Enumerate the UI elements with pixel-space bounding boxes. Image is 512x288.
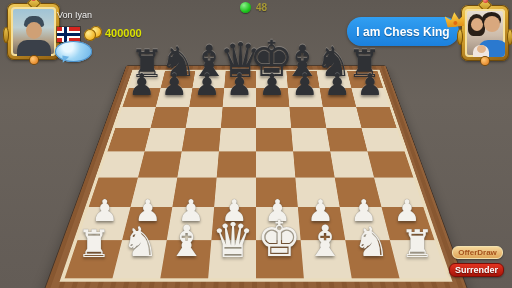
frame-ornament-icon <box>507 29 512 45</box>
black-pawn-f7[interactable]: ♟ <box>291 70 318 100</box>
chat-message-text: I am Chess King <box>356 25 449 39</box>
black-pawn-d7[interactable]: ♟ <box>226 70 253 100</box>
white-knight-b1[interactable]: ♞ <box>122 222 159 263</box>
square-h6[interactable] <box>356 107 396 128</box>
white-bishop-c1[interactable]: ♝ <box>167 220 206 263</box>
face-shape <box>484 16 500 32</box>
square-c5[interactable] <box>182 128 221 151</box>
square-h4[interactable] <box>367 151 413 177</box>
square-a6[interactable] <box>115 107 155 128</box>
square-c4[interactable] <box>177 151 219 177</box>
white-rook-a1[interactable]: ♜ <box>77 224 111 262</box>
timer-value: 48 <box>256 2 267 13</box>
square-f6[interactable] <box>289 107 326 128</box>
torso-shape <box>17 40 51 56</box>
black-pawn-e7[interactable]: ♟ <box>259 70 286 100</box>
frame-gem-icon <box>481 57 489 65</box>
black-pawn-b7[interactable]: ♟ <box>161 70 188 100</box>
square-f5[interactable] <box>291 128 330 151</box>
move-timer: 48 <box>240 2 267 13</box>
white-rook-h1[interactable]: ♜ <box>401 224 435 262</box>
square-b5[interactable] <box>145 128 186 151</box>
square-h5[interactable] <box>362 128 405 151</box>
square-a4[interactable] <box>99 151 145 177</box>
face-shape <box>26 22 42 39</box>
game-screen: ♜♞♝♛♚♝♞♜♟♟♟♟♟♟♟♟♟♟♟♟♟♟♟♟♜♞♝♛♚♝♞♜ Von Iya… <box>0 0 512 288</box>
coins-icon <box>84 26 102 41</box>
avatar-photo-right <box>465 9 505 57</box>
chat-bubble-icon[interactable] <box>55 41 92 62</box>
black-pawn-a7[interactable]: ♟ <box>128 70 155 100</box>
square-a5[interactable] <box>107 128 150 151</box>
chat-message-bubble: I am Chess King <box>347 17 459 46</box>
square-b4[interactable] <box>138 151 182 177</box>
square-c6[interactable] <box>186 107 223 128</box>
black-pawn-h7[interactable]: ♟ <box>357 70 384 100</box>
black-pawn-c7[interactable]: ♟ <box>194 70 221 100</box>
frame-ornament-icon <box>457 29 463 45</box>
white-knight-g1[interactable]: ♞ <box>353 222 390 263</box>
black-pawn-g7[interactable]: ♟ <box>324 70 351 100</box>
frame-gem-icon <box>483 0 488 3</box>
white-king-e1[interactable]: ♚ <box>257 214 302 264</box>
offer-draw-button[interactable]: OfferDraw <box>452 246 503 259</box>
square-d6[interactable] <box>221 107 256 128</box>
frame-ornament-icon <box>3 27 9 43</box>
square-e6[interactable] <box>256 107 291 128</box>
norway-flag-icon <box>57 27 80 42</box>
square-e5[interactable] <box>256 128 293 151</box>
square-e4[interactable] <box>256 151 295 177</box>
white-bishop-f1[interactable]: ♝ <box>306 220 345 263</box>
avatar-photo-left <box>11 7 56 56</box>
surrender-button[interactable]: Surrender <box>449 263 504 277</box>
face-shape <box>477 45 486 53</box>
frame-gem-icon <box>30 56 38 64</box>
square-g6[interactable] <box>323 107 362 128</box>
square-f4[interactable] <box>293 151 335 177</box>
square-g5[interactable] <box>326 128 367 151</box>
player-avatar-left[interactable] <box>7 3 60 60</box>
square-d5[interactable] <box>219 128 256 151</box>
player-avatar-right[interactable] <box>461 5 509 61</box>
turn-indicator-dot <box>240 2 251 13</box>
coins-value: 400000 <box>105 27 142 39</box>
white-queen-d1[interactable]: ♛ <box>211 215 254 263</box>
square-d4[interactable] <box>217 151 256 177</box>
square-b6[interactable] <box>150 107 189 128</box>
player-name-left: Von Iyan <box>57 10 92 20</box>
